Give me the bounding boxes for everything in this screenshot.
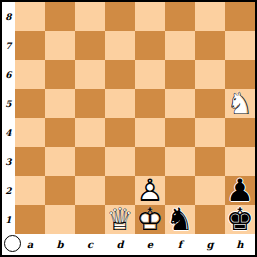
square-g5[interactable] [195,89,225,118]
square-c6[interactable] [75,60,105,89]
rank-label-4: 4 [2,118,15,147]
square-e2[interactable]: ♟♙ [135,176,165,205]
square-f2[interactable] [165,176,195,205]
square-f6[interactable] [165,60,195,89]
white-king-icon: ♔ [135,205,165,234]
square-b4[interactable] [45,118,75,147]
rank-label-1: 1 [2,205,15,234]
square-f5[interactable] [165,89,195,118]
square-a2[interactable] [15,176,45,205]
square-a7[interactable] [15,31,45,60]
rank-label-3: 3 [2,147,15,176]
file-label-h: h [225,234,255,255]
file-label-f: f [165,234,195,255]
square-b5[interactable] [45,89,75,118]
square-f7[interactable] [165,31,195,60]
square-g3[interactable] [195,147,225,176]
white-to-move-indicator [4,235,21,252]
square-g6[interactable] [195,60,225,89]
square-a5[interactable] [15,89,45,118]
square-b6[interactable] [45,60,75,89]
white-pawn-e2[interactable]: ♟♙ [135,176,165,205]
square-c2[interactable] [75,176,105,205]
square-h8[interactable] [225,2,255,31]
chessboard-frame: 87654321 ♞♘♟♙♟♛♕♚♔♞♚ abcdefgh [0,0,257,257]
black-king-h1[interactable]: ♚ [225,205,255,234]
square-c5[interactable] [75,89,105,118]
square-a6[interactable] [15,60,45,89]
rank-label-2: 2 [2,176,15,205]
file-label-d: d [105,234,135,255]
square-f4[interactable] [165,118,195,147]
square-c4[interactable] [75,118,105,147]
square-d1[interactable]: ♛♕ [105,205,135,234]
black-knight-icon: ♞ [165,205,195,234]
rank-label-5: 5 [2,89,15,118]
square-a4[interactable] [15,118,45,147]
white-knight-icon: ♞ [225,89,255,118]
square-d8[interactable] [105,2,135,31]
square-e5[interactable] [135,89,165,118]
white-pawn-icon: ♟ [135,176,165,205]
square-c3[interactable] [75,147,105,176]
square-b2[interactable] [45,176,75,205]
square-g2[interactable] [195,176,225,205]
file-label-g: g [195,234,225,255]
file-label-e: e [135,234,165,255]
square-b8[interactable] [45,2,75,31]
square-e1[interactable]: ♚♔ [135,205,165,234]
square-d2[interactable] [105,176,135,205]
white-queen-icon: ♛ [105,205,135,234]
file-labels: abcdefgh [15,234,255,255]
white-queen-icon: ♕ [105,205,135,234]
square-d3[interactable] [105,147,135,176]
square-c8[interactable] [75,2,105,31]
square-a1[interactable] [15,205,45,234]
square-g7[interactable] [195,31,225,60]
rank-label-6: 6 [2,60,15,89]
square-d7[interactable] [105,31,135,60]
square-e6[interactable] [135,60,165,89]
square-b1[interactable] [45,205,75,234]
square-g4[interactable] [195,118,225,147]
rank-labels: 87654321 [2,2,15,234]
square-a3[interactable] [15,147,45,176]
white-knight-h5[interactable]: ♞♘ [225,89,255,118]
black-knight-f1[interactable]: ♞ [165,205,195,234]
square-e8[interactable] [135,2,165,31]
square-c1[interactable] [75,205,105,234]
square-d5[interactable] [105,89,135,118]
square-h3[interactable] [225,147,255,176]
square-h6[interactable] [225,60,255,89]
square-h2[interactable]: ♟ [225,176,255,205]
square-d4[interactable] [105,118,135,147]
white-queen-d1[interactable]: ♛♕ [105,205,135,234]
square-f1[interactable]: ♞ [165,205,195,234]
black-pawn-icon: ♟ [225,176,255,205]
square-g8[interactable] [195,2,225,31]
square-h1[interactable]: ♚ [225,205,255,234]
square-f3[interactable] [165,147,195,176]
white-pawn-icon: ♙ [135,176,165,205]
square-b3[interactable] [45,147,75,176]
square-d6[interactable] [105,60,135,89]
rank-label-8: 8 [2,2,15,31]
square-e3[interactable] [135,147,165,176]
white-king-icon: ♚ [135,205,165,234]
square-h7[interactable] [225,31,255,60]
rank-label-7: 7 [2,31,15,60]
square-g1[interactable] [195,205,225,234]
square-e7[interactable] [135,31,165,60]
white-king-e1[interactable]: ♚♔ [135,205,165,234]
black-king-icon: ♚ [225,205,255,234]
square-f8[interactable] [165,2,195,31]
square-h5[interactable]: ♞♘ [225,89,255,118]
square-b7[interactable] [45,31,75,60]
square-e4[interactable] [135,118,165,147]
white-knight-icon: ♘ [225,89,255,118]
black-pawn-h2[interactable]: ♟ [225,176,255,205]
chess-board[interactable]: ♞♘♟♙♟♛♕♚♔♞♚ [15,2,255,234]
file-label-c: c [75,234,105,255]
square-a8[interactable] [15,2,45,31]
square-c7[interactable] [75,31,105,60]
square-h4[interactable] [225,118,255,147]
file-label-b: b [45,234,75,255]
